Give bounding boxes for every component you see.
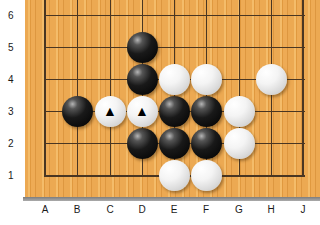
black-stone-E3 bbox=[159, 96, 190, 127]
grid-line-col-A bbox=[44, 0, 46, 177]
row-label-3: 3 bbox=[8, 106, 14, 117]
black-stone-D4 bbox=[127, 64, 158, 95]
col-label-G: G bbox=[235, 204, 243, 215]
col-label-A: A bbox=[42, 204, 49, 215]
black-stone-F2 bbox=[191, 128, 222, 159]
black-stone-D2 bbox=[127, 128, 158, 159]
grid-line-col-C bbox=[110, 0, 111, 177]
white-stone-G2 bbox=[224, 128, 255, 159]
white-stone-G3 bbox=[224, 96, 255, 127]
white-stone-C3 bbox=[95, 96, 126, 127]
row-label-5: 5 bbox=[8, 42, 14, 53]
col-label-J: J bbox=[301, 204, 306, 215]
col-label-D: D bbox=[138, 204, 145, 215]
grid-line-col-J bbox=[302, 0, 304, 177]
white-stone-F4 bbox=[191, 64, 222, 95]
go-diagram: ▲▲ ABCDEFGHJ654321 bbox=[0, 0, 320, 225]
go-board[interactable]: ▲▲ bbox=[25, 0, 320, 198]
white-stone-E1 bbox=[159, 160, 190, 191]
grid-line-row-6 bbox=[44, 15, 305, 16]
black-stone-D5 bbox=[127, 32, 158, 63]
grid-line-col-B bbox=[77, 0, 78, 177]
white-stone-E4 bbox=[159, 64, 190, 95]
black-stone-B3 bbox=[62, 96, 93, 127]
col-label-C: C bbox=[106, 204, 113, 215]
col-label-F: F bbox=[203, 204, 209, 215]
black-stone-F3 bbox=[191, 96, 222, 127]
board-bottom-shadow bbox=[23, 197, 320, 201]
col-label-H: H bbox=[267, 204, 274, 215]
row-label-6: 6 bbox=[8, 10, 14, 21]
black-stone-E2 bbox=[159, 128, 190, 159]
row-label-4: 4 bbox=[8, 74, 14, 85]
row-label-2: 2 bbox=[8, 138, 14, 149]
white-stone-H4 bbox=[256, 64, 287, 95]
col-label-B: B bbox=[74, 204, 81, 215]
col-label-E: E bbox=[171, 204, 178, 215]
white-stone-F1 bbox=[191, 160, 222, 191]
row-label-1: 1 bbox=[8, 170, 14, 181]
white-stone-D3 bbox=[127, 96, 158, 127]
grid-line-row-5 bbox=[44, 47, 305, 48]
